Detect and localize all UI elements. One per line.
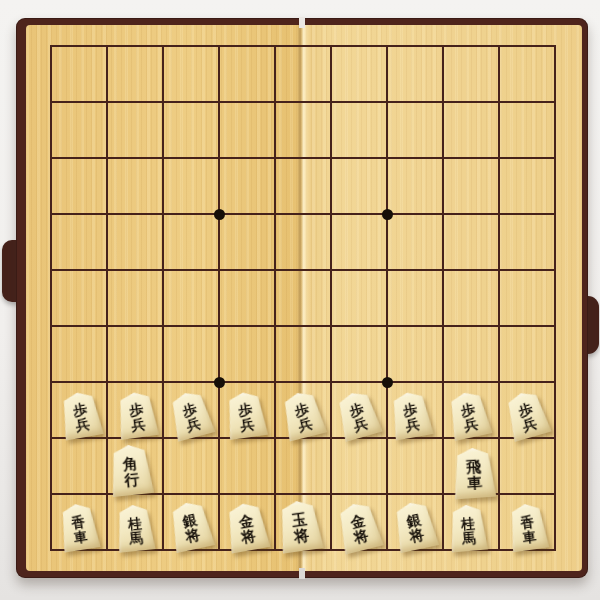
piece-kanji: 香車: [506, 502, 550, 553]
board-cell[interactable]: [275, 326, 331, 382]
board-cell[interactable]: [107, 102, 163, 158]
shogi-piece-lance[interactable]: 香車: [57, 501, 102, 552]
board-cell[interactable]: [331, 438, 387, 494]
board-cell[interactable]: [275, 46, 331, 102]
piece-kanji: 香車: [57, 501, 102, 552]
board-cell[interactable]: [107, 46, 163, 102]
board-cell[interactable]: [443, 158, 499, 214]
piece-kanji: 桂馬: [447, 503, 489, 552]
board-cell[interactable]: [387, 158, 443, 214]
board-cell[interactable]: [219, 102, 275, 158]
shogi-piece-pawn[interactable]: 歩兵: [114, 390, 160, 440]
board-cell[interactable]: [163, 102, 219, 158]
board-cell[interactable]: [219, 326, 275, 382]
board-cell[interactable]: [499, 46, 555, 102]
board-cell[interactable]: [107, 158, 163, 214]
shogi-piece-gold[interactable]: 金将: [223, 500, 272, 553]
board-cell[interactable]: [275, 438, 331, 494]
board-cell[interactable]: [51, 326, 107, 382]
piece-kanji: 角行: [107, 443, 155, 497]
board-cell[interactable]: [51, 46, 107, 102]
shogi-board-frame: 歩兵歩兵歩兵歩兵歩兵歩兵歩兵歩兵歩兵角行飛車香車桂馬銀将金将玉将金将銀将桂馬香車: [16, 18, 588, 578]
piece-kanji: 桂馬: [114, 503, 157, 553]
board-cell[interactable]: [499, 158, 555, 214]
board-cell[interactable]: [499, 438, 555, 494]
board-cell[interactable]: [51, 158, 107, 214]
piece-kanji: 金将: [223, 500, 272, 553]
shogi-piece-bishop[interactable]: 角行: [107, 443, 155, 497]
board-cell[interactable]: [219, 214, 275, 270]
board-cell[interactable]: [219, 438, 275, 494]
board-cell[interactable]: [443, 46, 499, 102]
board-cell[interactable]: [499, 270, 555, 326]
board-cell[interactable]: [331, 214, 387, 270]
piece-kanji: 歩兵: [114, 390, 160, 440]
shogi-piece-pawn[interactable]: 歩兵: [223, 390, 269, 440]
piece-kanji: 歩兵: [223, 390, 269, 440]
shogi-piece-knight[interactable]: 桂馬: [447, 503, 489, 552]
board-cell[interactable]: [275, 102, 331, 158]
piece-kanji: 歩兵: [387, 389, 434, 440]
board-cell[interactable]: [107, 326, 163, 382]
board-cell[interactable]: [331, 158, 387, 214]
board-cell[interactable]: [443, 326, 499, 382]
board-cell[interactable]: [51, 102, 107, 158]
board-cell[interactable]: [499, 214, 555, 270]
board-cell[interactable]: [163, 158, 219, 214]
piece-kanji: 歩兵: [57, 389, 104, 440]
fold-hinge-gap-top: [299, 17, 305, 28]
board-cell[interactable]: [499, 326, 555, 382]
board-cell[interactable]: [331, 102, 387, 158]
piece-kanji: 玉将: [275, 498, 325, 553]
board-cell[interactable]: [387, 270, 443, 326]
board-cell[interactable]: [51, 438, 107, 494]
shogi-piece-pawn[interactable]: 歩兵: [57, 389, 104, 440]
board-cell[interactable]: [107, 214, 163, 270]
board-cell[interactable]: [387, 102, 443, 158]
board-surface: 歩兵歩兵歩兵歩兵歩兵歩兵歩兵歩兵歩兵角行飛車香車桂馬銀将金将玉将金将銀将桂馬香車: [26, 25, 582, 571]
board-cell[interactable]: [275, 270, 331, 326]
shogi-piece-pawn[interactable]: 歩兵: [387, 389, 434, 440]
board-cell[interactable]: [163, 270, 219, 326]
board-cell[interactable]: [275, 214, 331, 270]
board-cell[interactable]: [219, 270, 275, 326]
board-cell[interactable]: [163, 46, 219, 102]
board-cell[interactable]: [163, 214, 219, 270]
star-point: [214, 209, 225, 220]
shogi-piece-king[interactable]: 玉将: [275, 498, 325, 553]
board-cell[interactable]: [219, 158, 275, 214]
board-cell[interactable]: [443, 270, 499, 326]
shogi-piece-knight[interactable]: 桂馬: [114, 503, 157, 553]
star-point: [382, 377, 393, 388]
board-cell[interactable]: [51, 214, 107, 270]
board-cell[interactable]: [275, 158, 331, 214]
board-cell[interactable]: [499, 102, 555, 158]
board-cell[interactable]: [51, 270, 107, 326]
board-cell[interactable]: [107, 270, 163, 326]
board-cell[interactable]: [219, 46, 275, 102]
board-cell[interactable]: [331, 46, 387, 102]
shogi-piece-rook[interactable]: 飛車: [451, 447, 497, 500]
board-cell[interactable]: [163, 438, 219, 494]
board-cell[interactable]: [387, 46, 443, 102]
star-point: [214, 377, 225, 388]
photo-background: 歩兵歩兵歩兵歩兵歩兵歩兵歩兵歩兵歩兵角行飛車香車桂馬銀将金将玉将金将銀将桂馬香車: [0, 0, 600, 600]
board-cell[interactable]: [331, 270, 387, 326]
shogi-piece-lance[interactable]: 香車: [506, 502, 550, 553]
board-cell[interactable]: [443, 102, 499, 158]
board-cell[interactable]: [443, 214, 499, 270]
fold-hinge-gap-bottom: [299, 568, 305, 579]
board-cell[interactable]: [331, 326, 387, 382]
board-cell[interactable]: [387, 326, 443, 382]
board-grid: 歩兵歩兵歩兵歩兵歩兵歩兵歩兵歩兵歩兵角行飛車香車桂馬銀将金将玉将金将銀将桂馬香車: [50, 45, 556, 551]
board-cell[interactable]: [163, 326, 219, 382]
piece-kanji: 飛車: [451, 447, 497, 500]
board-cell[interactable]: [387, 438, 443, 494]
board-cell[interactable]: [387, 214, 443, 270]
star-point: [382, 209, 393, 220]
